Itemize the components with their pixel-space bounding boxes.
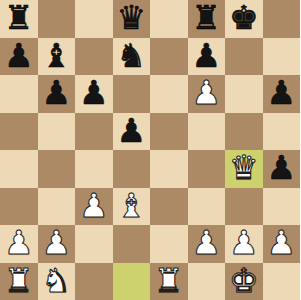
piece-white-pawn[interactable]: ♟ — [266, 226, 296, 259]
square-c8[interactable] — [75, 0, 113, 38]
square-f2[interactable]: ♟ — [188, 225, 226, 263]
square-b8[interactable] — [38, 0, 76, 38]
square-e6[interactable] — [150, 75, 188, 113]
piece-black-pawn[interactable]: ♟ — [79, 76, 109, 109]
square-c4[interactable] — [75, 150, 113, 188]
square-c6[interactable]: ♟ — [75, 75, 113, 113]
piece-black-pawn[interactable]: ♟ — [266, 151, 296, 184]
square-f3[interactable] — [188, 188, 226, 226]
square-b7[interactable]: ♝ — [38, 38, 76, 76]
square-g2[interactable]: ♟ — [225, 225, 263, 263]
square-e2[interactable] — [150, 225, 188, 263]
piece-black-pawn[interactable]: ♟ — [41, 76, 71, 109]
square-f5[interactable] — [188, 113, 226, 151]
piece-white-knight[interactable]: ♞ — [41, 264, 71, 297]
piece-black-rook[interactable]: ♜ — [191, 1, 221, 34]
chess-board: ♜♛♜♚♟♝♞♟♟♟♟♟♟♛♟♟♝♟♟♟♟♟♜♞♜♚ — [0, 0, 300, 300]
piece-black-knight[interactable]: ♞ — [116, 39, 146, 72]
square-c1[interactable] — [75, 263, 113, 300]
square-g3[interactable] — [225, 188, 263, 226]
square-a5[interactable] — [0, 113, 38, 151]
piece-black-pawn[interactable]: ♟ — [266, 76, 296, 109]
square-b6[interactable]: ♟ — [38, 75, 76, 113]
square-d4[interactable] — [113, 150, 151, 188]
square-e8[interactable] — [150, 0, 188, 38]
square-c3[interactable]: ♟ — [75, 188, 113, 226]
piece-white-rook[interactable]: ♜ — [4, 264, 34, 297]
piece-black-pawn[interactable]: ♟ — [4, 39, 34, 72]
square-f7[interactable]: ♟ — [188, 38, 226, 76]
square-f1[interactable] — [188, 263, 226, 300]
square-e1[interactable]: ♜ — [150, 263, 188, 300]
square-c7[interactable] — [75, 38, 113, 76]
square-a2[interactable]: ♟ — [0, 225, 38, 263]
piece-black-bishop[interactable]: ♝ — [41, 39, 71, 72]
square-h6[interactable]: ♟ — [263, 75, 301, 113]
piece-black-king[interactable]: ♚ — [229, 1, 259, 34]
square-f8[interactable]: ♜ — [188, 0, 226, 38]
piece-white-queen[interactable]: ♛ — [229, 151, 259, 184]
square-a8[interactable]: ♜ — [0, 0, 38, 38]
square-d1[interactable] — [113, 263, 151, 300]
piece-black-pawn[interactable]: ♟ — [191, 39, 221, 72]
piece-black-rook[interactable]: ♜ — [4, 1, 34, 34]
square-g8[interactable]: ♚ — [225, 0, 263, 38]
square-a6[interactable] — [0, 75, 38, 113]
piece-white-king[interactable]: ♚ — [229, 264, 259, 297]
square-h2[interactable]: ♟ — [263, 225, 301, 263]
square-b3[interactable] — [38, 188, 76, 226]
square-c5[interactable] — [75, 113, 113, 151]
square-d6[interactable] — [113, 75, 151, 113]
square-e3[interactable] — [150, 188, 188, 226]
square-b1[interactable]: ♞ — [38, 263, 76, 300]
square-d8[interactable]: ♛ — [113, 0, 151, 38]
square-a1[interactable]: ♜ — [0, 263, 38, 300]
square-g1[interactable]: ♚ — [225, 263, 263, 300]
square-b2[interactable]: ♟ — [38, 225, 76, 263]
square-g4[interactable]: ♛ — [225, 150, 263, 188]
square-h7[interactable] — [263, 38, 301, 76]
piece-white-pawn[interactable]: ♟ — [4, 226, 34, 259]
piece-white-rook[interactable]: ♜ — [154, 264, 184, 297]
piece-white-pawn[interactable]: ♟ — [79, 189, 109, 222]
square-h4[interactable]: ♟ — [263, 150, 301, 188]
square-h3[interactable] — [263, 188, 301, 226]
square-b4[interactable] — [38, 150, 76, 188]
square-f6[interactable]: ♟ — [188, 75, 226, 113]
square-d5[interactable]: ♟ — [113, 113, 151, 151]
square-g5[interactable] — [225, 113, 263, 151]
piece-black-queen[interactable]: ♛ — [116, 1, 146, 34]
square-a4[interactable] — [0, 150, 38, 188]
square-g6[interactable] — [225, 75, 263, 113]
square-g7[interactable] — [225, 38, 263, 76]
square-f4[interactable] — [188, 150, 226, 188]
square-e4[interactable] — [150, 150, 188, 188]
square-d3[interactable]: ♝ — [113, 188, 151, 226]
square-h1[interactable] — [263, 263, 301, 300]
piece-white-pawn[interactable]: ♟ — [191, 226, 221, 259]
square-e7[interactable] — [150, 38, 188, 76]
piece-white-pawn[interactable]: ♟ — [41, 226, 71, 259]
square-a3[interactable] — [0, 188, 38, 226]
square-c2[interactable] — [75, 225, 113, 263]
square-d2[interactable] — [113, 225, 151, 263]
piece-white-pawn[interactable]: ♟ — [229, 226, 259, 259]
square-e5[interactable] — [150, 113, 188, 151]
piece-black-pawn[interactable]: ♟ — [116, 114, 146, 147]
piece-white-pawn[interactable]: ♟ — [191, 76, 221, 109]
square-b5[interactable] — [38, 113, 76, 151]
square-h5[interactable] — [263, 113, 301, 151]
square-a7[interactable]: ♟ — [0, 38, 38, 76]
piece-white-bishop[interactable]: ♝ — [116, 189, 146, 222]
square-d7[interactable]: ♞ — [113, 38, 151, 76]
square-h8[interactable] — [263, 0, 301, 38]
